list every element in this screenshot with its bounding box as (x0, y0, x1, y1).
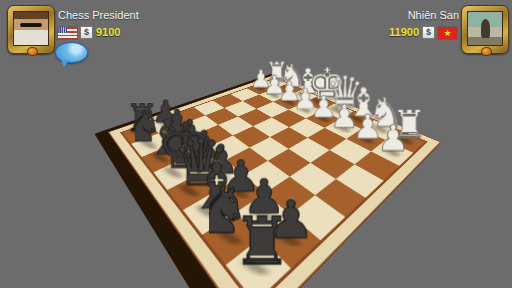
player-right-rating: 11900 (389, 26, 419, 39)
board-pieces: ♜♟♞♟♝♟♚♟♛♟♝♟♟♞♜♟♟♜♞♟♟♝♟♚♟♛♟♝♟♞♟♜ (122, 79, 426, 288)
chat-bubble-icon[interactable] (55, 42, 88, 63)
money-icon: $ (422, 26, 435, 39)
sunglasses-detail (20, 23, 42, 27)
rook-icon: ♜ (233, 208, 279, 274)
pawn-icon: ♟ (352, 109, 379, 143)
player-left-rating: 9100 (96, 26, 120, 39)
player-left-photo (13, 11, 49, 46)
player-left-name: Chess President (58, 9, 139, 21)
frame-ornament (27, 47, 38, 56)
player-right-photo (467, 11, 503, 46)
player-left-avatar[interactable] (7, 5, 55, 54)
us-flag-icon (58, 27, 77, 39)
player-right-name: Nhiên San (408, 9, 459, 21)
person-figure-detail (481, 19, 491, 38)
money-icon: $ (80, 26, 93, 39)
pawn-icon: ♟ (377, 120, 406, 156)
star-icon: ★ (443, 27, 451, 39)
piece-black-rook-a8[interactable]: ♜ (233, 208, 279, 274)
frame-ornament (481, 47, 492, 56)
vietnam-flag-icon: ★ (438, 27, 457, 39)
player-right-avatar[interactable] (461, 5, 509, 54)
game-screen: ♜♟♞♟♝♟♚♟♛♟♝♟♟♞♜♟♟♜♞♟♟♝♟♚♟♛♟♝♟♞♟♜ Chess P… (0, 0, 512, 288)
chess-board[interactable]: ♜♟♞♟♝♟♚♟♛♟♝♟♟♞♜♟♟♜♞♟♟♝♟♚♟♛♟♝♟♞♟♜ (108, 74, 442, 288)
piece-white-pawn-a2[interactable]: ♟ (377, 120, 406, 156)
piece-white-pawn-b2[interactable]: ♟ (352, 109, 379, 143)
